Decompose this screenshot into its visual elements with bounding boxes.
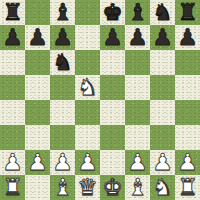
white-rook[interactable]: ♜ [2,176,23,199]
black-rook[interactable]: ♜ [177,1,198,24]
square-c1[interactable]: ♝ [50,175,75,200]
square-a6[interactable] [0,50,25,75]
square-h1[interactable]: ♜ [175,175,200,200]
square-f2[interactable]: ♟ [125,150,150,175]
square-g5[interactable] [150,75,175,100]
square-h5[interactable] [175,75,200,100]
square-g6[interactable] [150,50,175,75]
black-bishop[interactable]: ♝ [52,1,73,24]
square-d6[interactable] [75,50,100,75]
white-pawn[interactable]: ♟ [2,151,23,174]
square-c7[interactable]: ♟ [50,25,75,50]
square-h7[interactable]: ♟ [175,25,200,50]
square-d7[interactable] [75,25,100,50]
square-f6[interactable] [125,50,150,75]
white-pawn[interactable]: ♟ [127,151,148,174]
square-a5[interactable] [0,75,25,100]
square-c6[interactable]: ♞ [50,50,75,75]
square-c8[interactable]: ♝ [50,0,75,25]
square-a8[interactable]: ♜ [0,0,25,25]
white-king[interactable]: ♚ [102,176,123,199]
square-g8[interactable]: ♞ [150,0,175,25]
white-pawn[interactable]: ♟ [177,151,198,174]
square-b8[interactable] [25,0,50,25]
square-e4[interactable] [100,100,125,125]
white-bishop[interactable]: ♝ [127,176,148,199]
square-e7[interactable]: ♟ [100,25,125,50]
black-bishop[interactable]: ♝ [127,1,148,24]
square-f1[interactable]: ♝ [125,175,150,200]
white-pawn[interactable]: ♟ [152,151,173,174]
square-f5[interactable] [125,75,150,100]
square-a7[interactable]: ♟ [0,25,25,50]
square-b3[interactable] [25,125,50,150]
square-h3[interactable] [175,125,200,150]
square-f8[interactable]: ♝ [125,0,150,25]
square-e3[interactable] [100,125,125,150]
white-pawn[interactable]: ♟ [27,151,48,174]
square-f3[interactable] [125,125,150,150]
square-e5[interactable] [100,75,125,100]
square-a1[interactable]: ♜ [0,175,25,200]
square-b4[interactable] [25,100,50,125]
black-king[interactable]: ♚ [102,1,123,24]
square-d4[interactable] [75,100,100,125]
black-knight[interactable]: ♞ [52,51,73,74]
square-g4[interactable] [150,100,175,125]
square-h6[interactable] [175,50,200,75]
black-pawn[interactable]: ♟ [177,26,198,49]
chess-board: ♜♝♚♝♞♜♟♟♟♟♟♟♟♞♞♟♟♟♟♟♟♟♜♝♛♚♝♞♜ [0,0,200,200]
square-h2[interactable]: ♟ [175,150,200,175]
square-b2[interactable]: ♟ [25,150,50,175]
square-d2[interactable]: ♟ [75,150,100,175]
black-knight[interactable]: ♞ [152,1,173,24]
square-b6[interactable] [25,50,50,75]
white-knight[interactable]: ♞ [152,176,173,199]
square-c3[interactable] [50,125,75,150]
square-e1[interactable]: ♚ [100,175,125,200]
white-pawn[interactable]: ♟ [77,151,98,174]
black-pawn[interactable]: ♟ [52,26,73,49]
square-d3[interactable] [75,125,100,150]
square-e2[interactable] [100,150,125,175]
black-rook[interactable]: ♜ [2,1,23,24]
square-g7[interactable]: ♟ [150,25,175,50]
square-g3[interactable] [150,125,175,150]
white-rook[interactable]: ♜ [177,176,198,199]
white-pawn[interactable]: ♟ [52,151,73,174]
black-pawn[interactable]: ♟ [152,26,173,49]
white-bishop[interactable]: ♝ [52,176,73,199]
square-f4[interactable] [125,100,150,125]
square-f7[interactable]: ♟ [125,25,150,50]
square-c2[interactable]: ♟ [50,150,75,175]
square-a3[interactable] [0,125,25,150]
black-pawn[interactable]: ♟ [27,26,48,49]
square-e8[interactable]: ♚ [100,0,125,25]
square-h4[interactable] [175,100,200,125]
white-queen[interactable]: ♛ [77,176,98,199]
white-knight[interactable]: ♞ [77,76,98,99]
square-c5[interactable] [50,75,75,100]
square-d1[interactable]: ♛ [75,175,100,200]
square-h8[interactable]: ♜ [175,0,200,25]
square-a2[interactable]: ♟ [0,150,25,175]
square-b1[interactable] [25,175,50,200]
square-d8[interactable] [75,0,100,25]
square-e6[interactable] [100,50,125,75]
square-g1[interactable]: ♞ [150,175,175,200]
square-a4[interactable] [0,100,25,125]
square-c4[interactable] [50,100,75,125]
black-pawn[interactable]: ♟ [2,26,23,49]
square-g2[interactable]: ♟ [150,150,175,175]
square-b7[interactable]: ♟ [25,25,50,50]
black-pawn[interactable]: ♟ [127,26,148,49]
square-d5[interactable]: ♞ [75,75,100,100]
square-b5[interactable] [25,75,50,100]
black-pawn[interactable]: ♟ [102,26,123,49]
